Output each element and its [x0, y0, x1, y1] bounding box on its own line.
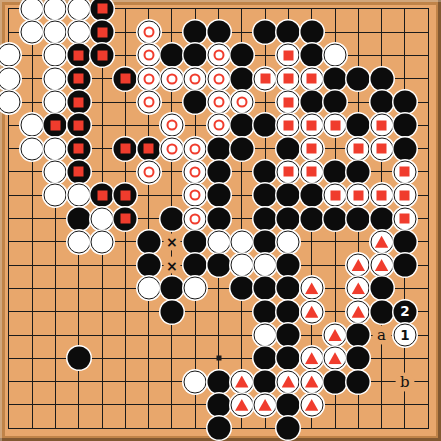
stone-black: [277, 277, 300, 300]
go-board-frame: ××2a1b: [0, 0, 441, 441]
red-circle-mark: [190, 213, 201, 224]
red-circle-mark: [213, 120, 224, 131]
stone-white-triangle-mark: [230, 393, 253, 416]
stone-white: [67, 21, 90, 44]
stone-black-square-mark: [67, 160, 90, 183]
stone-black: [160, 300, 183, 323]
stone-black: [277, 254, 300, 277]
stone-white-square-mark: [324, 184, 347, 207]
red-triangle-mark: [351, 305, 365, 318]
stone-black-square-mark: [91, 44, 114, 67]
stone-black: [277, 347, 300, 370]
stone-black: [277, 21, 300, 44]
stone-white-triangle-mark: [324, 347, 347, 370]
stone-black: [300, 91, 323, 114]
stone-white-triangle-mark: [300, 277, 323, 300]
stone-black: [137, 230, 160, 253]
stone-white-triangle-mark: [230, 370, 253, 393]
red-square-mark: [97, 27, 107, 37]
stone-white-square-mark: [300, 160, 323, 183]
red-circle-mark: [190, 143, 201, 154]
stone-black: [370, 207, 393, 230]
stone-white-triangle-mark: [300, 347, 323, 370]
stone-black: [300, 21, 323, 44]
stone-white-square-mark: [393, 207, 416, 230]
red-circle-mark: [166, 120, 177, 131]
red-triangle-mark: [305, 282, 319, 295]
stone-white: [21, 0, 44, 20]
move-number: 1: [400, 328, 409, 342]
stone-white-circle-mark: [184, 160, 207, 183]
red-circle-mark: [166, 143, 177, 154]
stone-black: [324, 207, 347, 230]
stone-black: [160, 277, 183, 300]
stone-white: [67, 0, 90, 20]
stone-black: [347, 370, 370, 393]
stone-white-square-mark: [347, 184, 370, 207]
red-circle-mark: [213, 50, 224, 61]
stone-white: [207, 230, 230, 253]
red-circle-mark: [190, 166, 201, 177]
stone-black: [207, 184, 230, 207]
stone-black-square-mark: [91, 21, 114, 44]
board-grid-line: [428, 8, 429, 428]
stone-black: [277, 137, 300, 160]
red-square-mark: [120, 190, 130, 200]
x-mark: ×: [163, 233, 180, 250]
point-label-a: a: [372, 326, 391, 345]
red-circle-mark: [143, 97, 154, 108]
stone-white-circle-mark: [137, 21, 160, 44]
stone-white: [91, 230, 114, 253]
stone-black: [393, 114, 416, 137]
red-square-mark: [400, 167, 410, 177]
stone-white-triangle-mark: [277, 370, 300, 393]
stone-white: [254, 324, 277, 347]
stone-white-triangle-mark: [300, 370, 323, 393]
red-square-mark: [74, 120, 84, 130]
stone-white-triangle-mark: [347, 277, 370, 300]
stone-black: [207, 160, 230, 183]
stone-black-square-mark: [114, 137, 137, 160]
stone-black-square-mark: [67, 67, 90, 90]
stone-white-triangle-mark: [370, 230, 393, 253]
stone-white-square-mark: [254, 67, 277, 90]
stone-white-triangle-mark: [347, 300, 370, 323]
stone-move-2: 2: [393, 300, 416, 323]
red-circle-mark: [143, 50, 154, 61]
red-circle-mark: [143, 73, 154, 84]
stone-black: [324, 160, 347, 183]
red-triangle-mark: [328, 352, 342, 365]
red-square-mark: [260, 74, 270, 84]
stone-white-square-mark: [277, 160, 300, 183]
stone-white-triangle-mark: [300, 300, 323, 323]
stone-black: [207, 393, 230, 416]
stone-white-square-mark: [277, 114, 300, 137]
stone-white-circle-mark: [184, 137, 207, 160]
stone-black: [254, 207, 277, 230]
stone-white-circle-mark: [137, 91, 160, 114]
stone-white: [0, 44, 20, 67]
stone-white-square-mark: [300, 114, 323, 137]
stone-black: [184, 91, 207, 114]
red-square-mark: [97, 190, 107, 200]
stone-black: [254, 114, 277, 137]
red-square-mark: [330, 190, 340, 200]
stone-black: [300, 184, 323, 207]
stone-black-square-mark: [114, 207, 137, 230]
stone-black: [347, 347, 370, 370]
stone-black: [230, 114, 253, 137]
stone-white: [21, 21, 44, 44]
stone-black: [254, 160, 277, 183]
red-square-mark: [50, 120, 60, 130]
stone-black: [370, 300, 393, 323]
red-triangle-mark: [305, 305, 319, 318]
stone-black: [347, 114, 370, 137]
stone-black: [137, 254, 160, 277]
stone-white-circle-mark: [184, 67, 207, 90]
stone-black: [207, 21, 230, 44]
red-square-mark: [353, 190, 363, 200]
red-square-mark: [283, 50, 293, 60]
red-square-mark: [120, 214, 130, 224]
stone-black: [370, 67, 393, 90]
stone-black: [254, 184, 277, 207]
red-square-mark: [74, 97, 84, 107]
stone-white: [44, 184, 67, 207]
stone-white: [44, 21, 67, 44]
stone-white: [44, 0, 67, 20]
stone-black: [300, 207, 323, 230]
stone-black: [300, 44, 323, 67]
stone-white-square-mark: [300, 137, 323, 160]
red-triangle-mark: [305, 375, 319, 388]
stone-black: [370, 277, 393, 300]
stone-white-triangle-mark: [347, 254, 370, 277]
stone-move-1: 1: [393, 324, 416, 347]
stone-black: [67, 207, 90, 230]
red-square-mark: [97, 4, 107, 14]
stone-black: [230, 67, 253, 90]
stone-black: [184, 254, 207, 277]
red-triangle-mark: [258, 398, 272, 411]
stone-black: [230, 44, 253, 67]
stone-white: [44, 44, 67, 67]
red-circle-mark: [236, 97, 247, 108]
stone-black: [277, 393, 300, 416]
stone-white-square-mark: [370, 184, 393, 207]
red-square-mark: [307, 144, 317, 154]
stone-white: [230, 254, 253, 277]
stone-black: [277, 184, 300, 207]
red-square-mark: [74, 50, 84, 60]
stone-black: [393, 254, 416, 277]
stone-black: [254, 300, 277, 323]
stone-white-circle-mark: [184, 184, 207, 207]
stone-black-square-mark: [67, 137, 90, 160]
red-square-mark: [377, 190, 387, 200]
stone-white-square-mark: [347, 137, 370, 160]
stone-black: [254, 370, 277, 393]
stone-white: [0, 91, 20, 114]
stone-black: [324, 67, 347, 90]
stone-white-triangle-mark: [370, 254, 393, 277]
stone-white: [277, 230, 300, 253]
stone-black: [393, 91, 416, 114]
stone-black: [230, 277, 253, 300]
move-number: 2: [400, 305, 409, 319]
red-square-mark: [144, 144, 154, 154]
point-label-b: b: [395, 372, 414, 391]
stone-white: [137, 277, 160, 300]
stone-white-circle-mark: [160, 114, 183, 137]
stone-black: [207, 254, 230, 277]
stone-white-square-mark: [393, 160, 416, 183]
stone-white-square-mark: [393, 184, 416, 207]
stone-white: [44, 160, 67, 183]
red-triangle-mark: [305, 352, 319, 365]
red-triangle-mark: [235, 375, 249, 388]
red-circle-mark: [213, 97, 224, 108]
stone-black: [393, 230, 416, 253]
stone-black-square-mark: [91, 0, 114, 20]
stone-white-square-mark: [370, 114, 393, 137]
stone-white-circle-mark: [207, 114, 230, 137]
stone-white: [324, 44, 347, 67]
stone-black: [254, 230, 277, 253]
stone-white: [21, 114, 44, 137]
stone-white: [184, 277, 207, 300]
stone-white: [44, 91, 67, 114]
red-square-mark: [307, 74, 317, 84]
red-circle-mark: [166, 73, 177, 84]
stone-black-square-mark: [44, 114, 67, 137]
hoshi-dot: [216, 356, 221, 361]
stone-white-circle-mark: [207, 44, 230, 67]
red-square-mark: [120, 74, 130, 84]
x-mark: ×: [163, 257, 180, 274]
stone-white: [44, 137, 67, 160]
stone-white: [184, 370, 207, 393]
stone-white-circle-mark: [137, 160, 160, 183]
red-circle-mark: [143, 166, 154, 177]
red-triangle-mark: [235, 398, 249, 411]
stone-black-square-mark: [137, 137, 160, 160]
stone-white: [44, 67, 67, 90]
stone-white-circle-mark: [207, 67, 230, 90]
stone-black: [184, 44, 207, 67]
stone-white-square-mark: [277, 91, 300, 114]
stone-black: [207, 137, 230, 160]
stone-black: [277, 324, 300, 347]
stone-black: [347, 207, 370, 230]
stone-black: [347, 160, 370, 183]
stone-black: [184, 21, 207, 44]
stone-white-circle-mark: [160, 137, 183, 160]
stone-black: [67, 347, 90, 370]
stone-black: [393, 137, 416, 160]
red-square-mark: [330, 120, 340, 130]
stone-black: [277, 207, 300, 230]
stone-white: [67, 184, 90, 207]
stone-white: [0, 67, 20, 90]
stone-white: [21, 137, 44, 160]
stone-black: [207, 207, 230, 230]
stone-white-triangle-mark: [254, 393, 277, 416]
red-circle-mark: [190, 73, 201, 84]
stone-white: [67, 230, 90, 253]
stone-black-square-mark: [67, 114, 90, 137]
stone-black: [324, 91, 347, 114]
stone-black-square-mark: [114, 67, 137, 90]
stone-white-triangle-mark: [300, 393, 323, 416]
red-triangle-mark: [375, 235, 389, 248]
stone-black: [277, 300, 300, 323]
stone-black: [184, 230, 207, 253]
red-triangle-mark: [375, 259, 389, 272]
stone-white-circle-mark: [137, 44, 160, 67]
red-square-mark: [74, 74, 84, 84]
stone-black: [230, 137, 253, 160]
stone-black: [254, 347, 277, 370]
stone-white: [254, 254, 277, 277]
stone-white-square-mark: [370, 137, 393, 160]
stone-black-square-mark: [91, 184, 114, 207]
stone-white-square-mark: [324, 114, 347, 137]
stone-white-triangle-mark: [324, 324, 347, 347]
red-square-mark: [400, 214, 410, 224]
stone-black: [277, 417, 300, 440]
stone-black: [160, 207, 183, 230]
stone-black: [254, 21, 277, 44]
red-triangle-mark: [281, 375, 295, 388]
stone-white-circle-mark: [207, 91, 230, 114]
red-square-mark: [377, 144, 387, 154]
stone-white-square-mark: [300, 67, 323, 90]
red-square-mark: [283, 167, 293, 177]
stone-white: [230, 230, 253, 253]
stone-black-square-mark: [67, 44, 90, 67]
stone-black-square-mark: [114, 184, 137, 207]
red-square-mark: [400, 190, 410, 200]
red-square-mark: [377, 120, 387, 130]
stone-black-square-mark: [67, 91, 90, 114]
stone-black: [347, 67, 370, 90]
stone-black: [347, 324, 370, 347]
stone-white-square-mark: [277, 67, 300, 90]
stone-black: [370, 91, 393, 114]
red-square-mark: [307, 167, 317, 177]
red-square-mark: [283, 97, 293, 107]
stone-black: [160, 44, 183, 67]
red-square-mark: [74, 144, 84, 154]
go-board: ××2a1b: [5, 5, 436, 436]
stone-black: [207, 370, 230, 393]
stone-white-circle-mark: [160, 67, 183, 90]
stone-white-circle-mark: [137, 67, 160, 90]
stone-black: [207, 417, 230, 440]
red-square-mark: [283, 120, 293, 130]
stone-white-circle-mark: [184, 207, 207, 230]
red-square-mark: [307, 120, 317, 130]
stone-white-circle-mark: [230, 91, 253, 114]
red-triangle-mark: [305, 398, 319, 411]
red-square-mark: [353, 144, 363, 154]
red-square-mark: [97, 50, 107, 60]
stone-black: [324, 370, 347, 393]
red-circle-mark: [143, 27, 154, 38]
stone-white: [91, 207, 114, 230]
stone-white-square-mark: [277, 44, 300, 67]
red-square-mark: [283, 74, 293, 84]
red-triangle-mark: [351, 259, 365, 272]
red-square-mark: [120, 144, 130, 154]
red-circle-mark: [213, 73, 224, 84]
red-triangle-mark: [328, 329, 342, 342]
red-triangle-mark: [351, 282, 365, 295]
red-square-mark: [74, 167, 84, 177]
red-circle-mark: [190, 190, 201, 201]
stone-black: [254, 277, 277, 300]
